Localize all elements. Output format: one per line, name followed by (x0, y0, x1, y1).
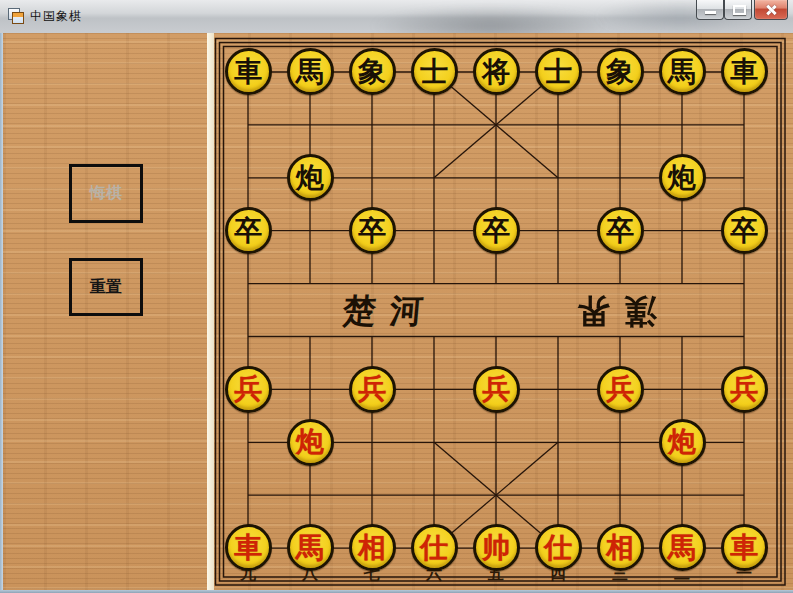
reset-label: 重置 (90, 277, 122, 298)
app-icon-front-window (12, 12, 24, 24)
piece-black-r3c8[interactable]: 卒 (721, 207, 768, 254)
piece-red-r6c4[interactable]: 兵 (473, 366, 520, 413)
piece-black-r3c2[interactable]: 卒 (349, 207, 396, 254)
undo-move-button[interactable]: 悔棋 (69, 164, 143, 223)
piece-red-r6c8[interactable]: 兵 (721, 366, 768, 413)
piece-black-r0c0[interactable]: 車 (225, 48, 272, 95)
piece-red-r6c2[interactable]: 兵 (349, 366, 396, 413)
sidebar: 悔棋 重置 (3, 33, 207, 590)
piece-red-r9c7[interactable]: 馬 (659, 524, 706, 571)
piece-black-r3c0[interactable]: 卒 (225, 207, 272, 254)
piece-black-r3c4[interactable]: 卒 (473, 207, 520, 254)
piece-grid[interactable]: 車馬象士将士象馬車炮炮卒卒卒卒卒兵兵兵兵兵炮炮車馬相仕帅仕相馬車 (217, 46, 775, 575)
piece-black-r0c3[interactable]: 士 (411, 48, 458, 95)
piece-red-r9c4[interactable]: 帅 (473, 524, 520, 571)
piece-black-r0c5[interactable]: 士 (535, 48, 582, 95)
piece-red-r9c0[interactable]: 車 (225, 524, 272, 571)
piece-black-r3c6[interactable]: 卒 (597, 207, 644, 254)
window-title: 中国象棋 (30, 8, 82, 25)
piece-red-r9c5[interactable]: 仕 (535, 524, 582, 571)
undo-move-label: 悔棋 (90, 183, 122, 204)
titlebar[interactable]: 中国象棋 (0, 0, 793, 34)
piece-red-r9c8[interactable]: 車 (721, 524, 768, 571)
app-icon (8, 8, 24, 23)
minimize-button[interactable] (696, 0, 724, 20)
piece-black-r0c6[interactable]: 象 (597, 48, 644, 95)
piece-red-r9c6[interactable]: 相 (597, 524, 644, 571)
piece-black-r2c1[interactable]: 炮 (287, 154, 334, 201)
piece-black-r0c2[interactable]: 象 (349, 48, 396, 95)
close-icon (765, 4, 777, 16)
piece-black-r2c7[interactable]: 炮 (659, 154, 706, 201)
piece-red-r7c1[interactable]: 炮 (287, 419, 334, 466)
close-button[interactable] (754, 0, 788, 20)
piece-red-r6c0[interactable]: 兵 (225, 366, 272, 413)
window-controls (696, 0, 788, 22)
xiangqi-board: 楚河 漢界 九八七六五四三二一 車馬象士将士象馬車炮炮卒卒卒卒卒兵兵兵兵兵炮炮車… (207, 33, 793, 590)
piece-red-r9c1[interactable]: 馬 (287, 524, 334, 571)
piece-black-r0c4[interactable]: 将 (473, 48, 520, 95)
piece-red-r7c7[interactable]: 炮 (659, 419, 706, 466)
maximize-button[interactable] (724, 0, 752, 20)
piece-black-r0c8[interactable]: 車 (721, 48, 768, 95)
piece-red-r9c2[interactable]: 相 (349, 524, 396, 571)
titlebar-glass-blur (370, 6, 610, 34)
piece-black-r0c7[interactable]: 馬 (659, 48, 706, 95)
piece-red-r6c6[interactable]: 兵 (597, 366, 644, 413)
piece-black-r0c1[interactable]: 馬 (287, 48, 334, 95)
reset-button[interactable]: 重置 (69, 258, 143, 316)
app-window: 中国象棋 悔棋 重置 楚河 漢界 九八七六五四三二一 車馬象士将士象馬車炮炮卒卒… (0, 0, 793, 593)
piece-red-r9c3[interactable]: 仕 (411, 524, 458, 571)
